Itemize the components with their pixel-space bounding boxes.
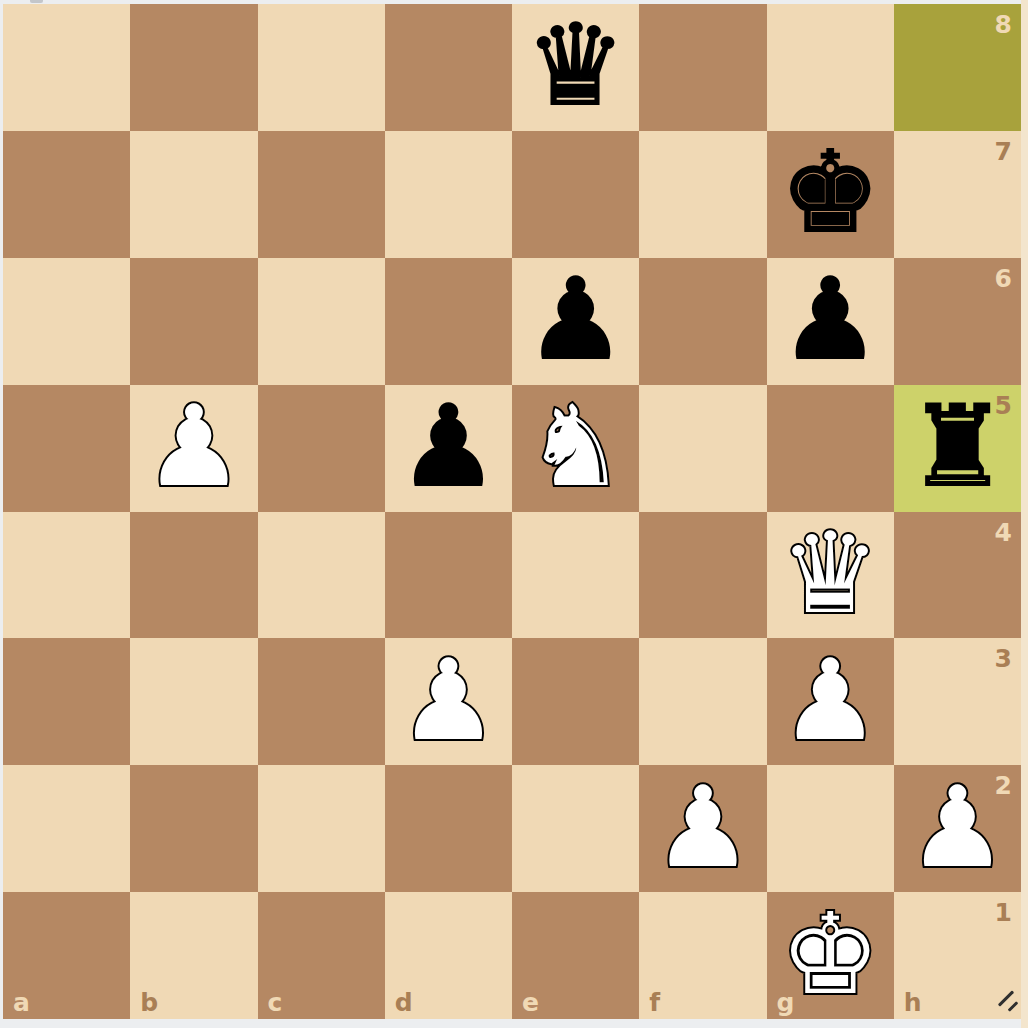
- square-h3[interactable]: 3: [894, 638, 1021, 765]
- square-b3[interactable]: [130, 638, 257, 765]
- square-f2[interactable]: ♟: [639, 765, 766, 892]
- black-king[interactable]: ♚: [780, 136, 880, 248]
- square-h2[interactable]: 2♟: [894, 765, 1021, 892]
- square-d1[interactable]: d: [385, 892, 512, 1019]
- square-g5[interactable]: [767, 385, 894, 512]
- square-e4[interactable]: [512, 512, 639, 639]
- square-d7[interactable]: [385, 131, 512, 258]
- square-a1[interactable]: a: [3, 892, 130, 1019]
- square-h5[interactable]: 5♜: [894, 385, 1021, 512]
- rank-label-3: 3: [995, 646, 1012, 671]
- square-a5[interactable]: [3, 385, 130, 512]
- square-c1[interactable]: c: [258, 892, 385, 1019]
- file-label-b: b: [140, 990, 158, 1015]
- right-edge-strip: [1021, 0, 1028, 1028]
- board-resize-handle[interactable]: [994, 986, 1024, 1016]
- square-f4[interactable]: [639, 512, 766, 639]
- square-g3[interactable]: ♟: [767, 638, 894, 765]
- square-h6[interactable]: 6: [894, 258, 1021, 385]
- square-b2[interactable]: [130, 765, 257, 892]
- file-label-f: f: [649, 990, 660, 1015]
- square-h8[interactable]: 8: [894, 4, 1021, 131]
- square-g8[interactable]: [767, 4, 894, 131]
- square-e1[interactable]: e: [512, 892, 639, 1019]
- square-e8[interactable]: ♛: [512, 4, 639, 131]
- file-label-c: c: [268, 990, 283, 1015]
- square-g4[interactable]: ♛: [767, 512, 894, 639]
- square-d2[interactable]: [385, 765, 512, 892]
- square-f8[interactable]: [639, 4, 766, 131]
- square-e6[interactable]: ♟: [512, 258, 639, 385]
- white-pawn[interactable]: ♟: [907, 771, 1007, 883]
- square-f3[interactable]: [639, 638, 766, 765]
- square-c4[interactable]: [258, 512, 385, 639]
- white-king[interactable]: ♚: [780, 898, 880, 1010]
- square-a2[interactable]: [3, 765, 130, 892]
- white-pawn[interactable]: ♟: [780, 644, 880, 756]
- square-d8[interactable]: [385, 4, 512, 131]
- file-label-a: a: [13, 990, 30, 1015]
- square-e7[interactable]: [512, 131, 639, 258]
- square-d5[interactable]: ♟: [385, 385, 512, 512]
- square-f5[interactable]: [639, 385, 766, 512]
- square-c2[interactable]: [258, 765, 385, 892]
- square-e2[interactable]: [512, 765, 639, 892]
- square-c7[interactable]: [258, 131, 385, 258]
- white-pawn[interactable]: ♟: [653, 771, 753, 883]
- square-d4[interactable]: [385, 512, 512, 639]
- square-c6[interactable]: [258, 258, 385, 385]
- square-a3[interactable]: [3, 638, 130, 765]
- top-edge-artifact: [30, 0, 43, 3]
- white-knight[interactable]: ♞: [525, 390, 625, 502]
- square-b8[interactable]: [130, 4, 257, 131]
- square-d6[interactable]: [385, 258, 512, 385]
- square-f1[interactable]: f: [639, 892, 766, 1019]
- chess-board: ♛8♚7♟♟6♟♟♞5♜♛4♟♟3♟2♟abcdefg♚1h: [3, 4, 1021, 1019]
- square-e3[interactable]: [512, 638, 639, 765]
- page: ♛8♚7♟♟6♟♟♞5♜♛4♟♟3♟2♟abcdefg♚1h: [0, 0, 1028, 1028]
- black-pawn[interactable]: ♟: [525, 263, 625, 375]
- rank-label-1: 1: [995, 900, 1012, 925]
- square-c5[interactable]: [258, 385, 385, 512]
- square-e5[interactable]: ♞: [512, 385, 639, 512]
- square-g2[interactable]: [767, 765, 894, 892]
- square-a7[interactable]: [3, 131, 130, 258]
- square-g6[interactable]: ♟: [767, 258, 894, 385]
- white-queen[interactable]: ♛: [780, 517, 880, 629]
- square-a4[interactable]: [3, 512, 130, 639]
- square-d3[interactable]: ♟: [385, 638, 512, 765]
- black-rook[interactable]: ♜: [907, 390, 1007, 502]
- square-a6[interactable]: [3, 258, 130, 385]
- rank-label-6: 6: [995, 266, 1012, 291]
- square-c8[interactable]: [258, 4, 385, 131]
- rank-label-7: 7: [995, 139, 1012, 164]
- square-b6[interactable]: [130, 258, 257, 385]
- file-label-h: h: [904, 990, 922, 1015]
- file-label-d: d: [395, 990, 413, 1015]
- black-pawn[interactable]: ♟: [780, 263, 880, 375]
- square-b7[interactable]: [130, 131, 257, 258]
- black-queen[interactable]: ♛: [525, 9, 625, 121]
- square-f7[interactable]: [639, 131, 766, 258]
- rank-label-8: 8: [995, 12, 1012, 37]
- square-b4[interactable]: [130, 512, 257, 639]
- square-b5[interactable]: ♟: [130, 385, 257, 512]
- square-f6[interactable]: [639, 258, 766, 385]
- resize-grip-line: [1008, 1001, 1019, 1012]
- white-pawn[interactable]: ♟: [144, 390, 244, 502]
- square-h7[interactable]: 7: [894, 131, 1021, 258]
- white-pawn[interactable]: ♟: [398, 644, 498, 756]
- square-b1[interactable]: b: [130, 892, 257, 1019]
- rank-label-4: 4: [995, 520, 1012, 545]
- square-g7[interactable]: ♚: [767, 131, 894, 258]
- square-h4[interactable]: 4: [894, 512, 1021, 639]
- square-c3[interactable]: [258, 638, 385, 765]
- file-label-e: e: [522, 990, 539, 1015]
- square-g1[interactable]: g♚: [767, 892, 894, 1019]
- black-pawn[interactable]: ♟: [398, 390, 498, 502]
- square-a8[interactable]: [3, 4, 130, 131]
